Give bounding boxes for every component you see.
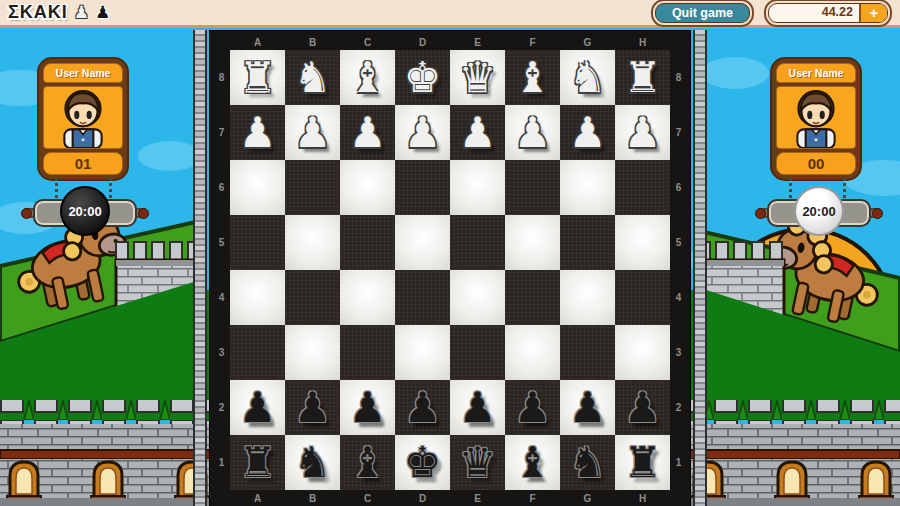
- white-pawn: ♟: [404, 105, 442, 160]
- white-rook: ♜: [239, 50, 277, 105]
- square-d8[interactable]: ♚: [395, 50, 450, 105]
- file-label: A: [230, 34, 285, 50]
- square-h4[interactable]: [615, 270, 670, 325]
- file-label: A: [230, 490, 285, 506]
- square-g4[interactable]: [560, 270, 615, 325]
- square-d7[interactable]: ♟: [395, 105, 450, 160]
- black-pawn-icon: ♟: [95, 4, 110, 21]
- rank-label: 5: [213, 215, 230, 270]
- square-c7[interactable]: ♟: [340, 105, 395, 160]
- square-a2[interactable]: ♟: [230, 380, 285, 435]
- square-c5[interactable]: [340, 215, 395, 270]
- player-avatar-left: [43, 86, 123, 149]
- square-b1[interactable]: ♞: [285, 435, 340, 490]
- white-rook: ♜: [624, 50, 662, 105]
- file-label: C: [340, 34, 395, 50]
- square-e5[interactable]: [450, 215, 505, 270]
- file-label: G: [560, 490, 615, 506]
- square-e7[interactable]: ♟: [450, 105, 505, 160]
- square-h5[interactable]: [615, 215, 670, 270]
- square-c8[interactable]: ♝: [340, 50, 395, 105]
- rank-label: 8: [670, 50, 687, 105]
- square-b5[interactable]: [285, 215, 340, 270]
- square-e6[interactable]: [450, 160, 505, 215]
- square-a1[interactable]: ♜: [230, 435, 285, 490]
- board-corner: [213, 490, 230, 506]
- square-a7[interactable]: ♟: [230, 105, 285, 160]
- rank-label: 6: [670, 160, 687, 215]
- square-a6[interactable]: [230, 160, 285, 215]
- black-pawn: ♟: [404, 380, 442, 435]
- balance-value: 44.22: [769, 4, 859, 22]
- square-f1[interactable]: ♝: [505, 435, 560, 490]
- rank-label: 4: [213, 270, 230, 325]
- file-label: B: [285, 34, 340, 50]
- white-pawn: ♟: [349, 105, 387, 160]
- white-pawn: ♟: [569, 105, 607, 160]
- square-d5[interactable]: [395, 215, 450, 270]
- rank-label: 5: [670, 215, 687, 270]
- rank-label: 3: [670, 325, 687, 380]
- clock-time-left: 20:00: [60, 186, 110, 236]
- black-pawn: ♟: [514, 380, 552, 435]
- board-corner: [670, 490, 687, 506]
- player-score-right: 00: [776, 152, 856, 175]
- square-b2[interactable]: ♟: [285, 380, 340, 435]
- black-pawn: ♟: [349, 380, 387, 435]
- rank-label: 3: [213, 325, 230, 380]
- square-d1[interactable]: ♚: [395, 435, 450, 490]
- square-h1[interactable]: ♜: [615, 435, 670, 490]
- black-queen: ♛: [459, 435, 497, 490]
- square-c6[interactable]: [340, 160, 395, 215]
- square-e3[interactable]: [450, 325, 505, 380]
- white-queen: ♛: [459, 50, 497, 105]
- square-b3[interactable]: [285, 325, 340, 380]
- square-f4[interactable]: [505, 270, 560, 325]
- black-king: ♚: [404, 435, 442, 490]
- black-rook: ♜: [624, 435, 662, 490]
- balance-widget: 44.22 +: [764, 0, 892, 27]
- clock-right: 20:00: [747, 176, 887, 238]
- avatar-boy-icon: [778, 88, 854, 148]
- square-c4[interactable]: [340, 270, 395, 325]
- top-bar: ΣΚΑΚΙ ♟ ♟ Quit game 44.22 +: [0, 0, 900, 28]
- board-corner: [670, 34, 687, 50]
- square-g2[interactable]: ♟: [560, 380, 615, 435]
- white-pawn-icon: ♟: [74, 4, 89, 21]
- white-pawn: ♟: [459, 105, 497, 160]
- square-h3[interactable]: [615, 325, 670, 380]
- square-b7[interactable]: ♟: [285, 105, 340, 160]
- square-f8[interactable]: ♝: [505, 50, 560, 105]
- black-knight: ♞: [569, 435, 607, 490]
- rank-label: 2: [670, 380, 687, 435]
- black-bishop: ♝: [514, 435, 552, 490]
- square-f5[interactable]: [505, 215, 560, 270]
- square-e2[interactable]: ♟: [450, 380, 505, 435]
- black-pawn: ♟: [294, 380, 332, 435]
- square-f3[interactable]: [505, 325, 560, 380]
- square-f2[interactable]: ♟: [505, 380, 560, 435]
- square-a4[interactable]: [230, 270, 285, 325]
- white-bishop: ♝: [514, 50, 552, 105]
- white-pawn: ♟: [294, 105, 332, 160]
- square-f6[interactable]: [505, 160, 560, 215]
- file-label: H: [615, 34, 670, 50]
- white-pawn: ♟: [514, 105, 552, 160]
- square-c2[interactable]: ♟: [340, 380, 395, 435]
- square-a5[interactable]: [230, 215, 285, 270]
- square-f7[interactable]: ♟: [505, 105, 560, 160]
- file-label: E: [450, 34, 505, 50]
- square-c3[interactable]: [340, 325, 395, 380]
- white-pawn: ♟: [624, 105, 662, 160]
- black-bishop: ♝: [349, 435, 387, 490]
- clock-left: 20:00: [13, 176, 153, 238]
- square-e4[interactable]: [450, 270, 505, 325]
- file-label: F: [505, 34, 560, 50]
- file-label: B: [285, 490, 340, 506]
- player-avatar-right: [776, 86, 856, 149]
- square-h2[interactable]: ♟: [615, 380, 670, 435]
- rank-label: 7: [670, 105, 687, 160]
- square-c1[interactable]: ♝: [340, 435, 395, 490]
- black-pawn: ♟: [459, 380, 497, 435]
- black-pawn: ♟: [239, 380, 277, 435]
- square-b6[interactable]: [285, 160, 340, 215]
- white-knight: ♞: [569, 50, 607, 105]
- square-a3[interactable]: [230, 325, 285, 380]
- square-g8[interactable]: ♞: [560, 50, 615, 105]
- white-pawn: ♟: [239, 105, 277, 160]
- file-label: D: [395, 34, 450, 50]
- white-knight: ♞: [294, 50, 332, 105]
- black-pawn: ♟: [569, 380, 607, 435]
- square-h7[interactable]: ♟: [615, 105, 670, 160]
- rank-label: 1: [213, 435, 230, 490]
- chess-board-frame: ABCDEFGH8♜♞♝♚♛♝♞♜87♟♟♟♟♟♟♟♟7665544332♟♟♟…: [209, 30, 691, 506]
- square-d4[interactable]: [395, 270, 450, 325]
- square-g7[interactable]: ♟: [560, 105, 615, 160]
- player-card-right: User Name 00: [770, 57, 862, 181]
- file-label: C: [340, 490, 395, 506]
- square-a8[interactable]: ♜: [230, 50, 285, 105]
- square-e8[interactable]: ♛: [450, 50, 505, 105]
- rank-label: 6: [213, 160, 230, 215]
- square-b8[interactable]: ♞: [285, 50, 340, 105]
- white-bishop: ♝: [349, 50, 387, 105]
- square-d2[interactable]: ♟: [395, 380, 450, 435]
- square-g1[interactable]: ♞: [560, 435, 615, 490]
- rank-label: 7: [213, 105, 230, 160]
- rank-label: 1: [670, 435, 687, 490]
- player-name-left: User Name: [43, 63, 123, 83]
- black-pawn: ♟: [624, 380, 662, 435]
- rank-label: 2: [213, 380, 230, 435]
- white-king: ♚: [404, 50, 442, 105]
- quit-game-button[interactable]: Quit game: [651, 0, 754, 27]
- stone-pillar-left: [193, 30, 207, 506]
- square-g3[interactable]: [560, 325, 615, 380]
- player-score-left: 01: [43, 152, 123, 175]
- avatar-boy-icon: [45, 88, 121, 148]
- chess-app-window: ΣΚΑΚΙ ♟ ♟ Quit game 44.22 + ABCDEFGH8♜♞♝…: [0, 0, 900, 506]
- file-label: D: [395, 490, 450, 506]
- file-label: F: [505, 490, 560, 506]
- square-g5[interactable]: [560, 215, 615, 270]
- app-logo: ΣΚΑΚΙ ♟ ♟: [8, 2, 110, 23]
- file-label: G: [560, 34, 615, 50]
- square-g6[interactable]: [560, 160, 615, 215]
- square-h6[interactable]: [615, 160, 670, 215]
- stone-pillar-right: [693, 30, 707, 506]
- square-e1[interactable]: ♛: [450, 435, 505, 490]
- file-label: H: [615, 490, 670, 506]
- square-b4[interactable]: [285, 270, 340, 325]
- black-rook: ♜: [239, 435, 277, 490]
- clock-time-right: 20:00: [794, 186, 844, 236]
- file-label: E: [450, 490, 505, 506]
- player-card-left: User Name 01: [37, 57, 129, 181]
- square-d6[interactable]: [395, 160, 450, 215]
- square-d3[interactable]: [395, 325, 450, 380]
- quit-game-label: Quit game: [655, 3, 750, 23]
- chess-board: ABCDEFGH8♜♞♝♚♛♝♞♜87♟♟♟♟♟♟♟♟7665544332♟♟♟…: [213, 34, 687, 506]
- square-h8[interactable]: ♜: [615, 50, 670, 105]
- rank-label: 8: [213, 50, 230, 105]
- player-name-right: User Name: [776, 63, 856, 83]
- black-knight: ♞: [294, 435, 332, 490]
- rank-label: 4: [670, 270, 687, 325]
- add-funds-button[interactable]: +: [859, 4, 887, 22]
- board-corner: [213, 34, 230, 50]
- logo-text: ΣΚΑΚΙ: [8, 2, 68, 23]
